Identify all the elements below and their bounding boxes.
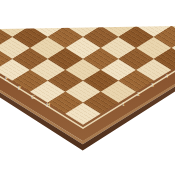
rank-label-4: 4 <box>165 74 168 80</box>
file-label-e: E <box>5 77 8 83</box>
rank-label-2: 2 <box>137 92 140 98</box>
file-label-h: H <box>46 104 50 110</box>
rank-label-1: 1 <box>122 102 125 108</box>
file-label-g: G <box>31 95 35 101</box>
file-label-f: F <box>18 86 21 92</box>
rank-label-3: 3 <box>151 83 154 89</box>
board-photo: E F G H 1 2 3 4 <box>0 0 175 175</box>
